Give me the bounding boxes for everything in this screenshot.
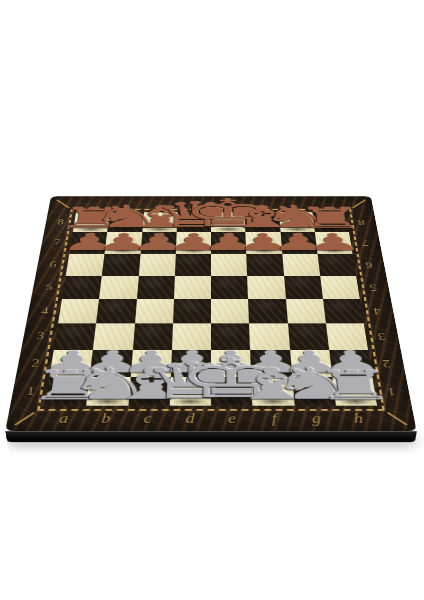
piece-shadow: [256, 398, 290, 405]
piece-cell-b1: ♞: [86, 377, 130, 406]
square-c5[interactable]: [137, 276, 175, 299]
square-e6[interactable]: [211, 253, 247, 275]
square-h5[interactable]: [320, 276, 360, 299]
piece-shadow: [215, 369, 248, 376]
corner-flourish: [14, 412, 34, 425]
photo-canvas: 8765432187654321abcdefgh ♜♞♝♛♚♝♞♜♟♟♟♟♟♟♟…: [0, 0, 424, 600]
piece-shadow: [335, 369, 368, 376]
square-g5[interactable]: [284, 276, 323, 299]
square-h6[interactable]: [317, 253, 356, 275]
square-d6[interactable]: [175, 253, 211, 275]
piece-silver-bishop-c1[interactable]: ♝: [105, 363, 194, 406]
piece-shadow: [295, 369, 328, 376]
piece-copper-pawn-h7[interactable]: ♟: [305, 230, 362, 253]
corner-flourish: [387, 412, 407, 425]
piece-cell-e1: ♚: [211, 377, 253, 406]
piece-shadow: [134, 369, 167, 376]
piece-shadow: [90, 398, 124, 405]
piece-silver-queen-d1[interactable]: ♛: [139, 356, 241, 406]
piece-silver-knight-g1[interactable]: ♞: [267, 362, 360, 406]
board-edge-bevel: [5, 431, 417, 442]
square-g6[interactable]: [282, 253, 320, 275]
piece-shadow: [175, 369, 208, 376]
piece-cell-h1: ♜: [332, 377, 377, 406]
square-f6[interactable]: [246, 253, 283, 275]
piece-shadow: [297, 398, 331, 405]
square-a5[interactable]: [62, 276, 102, 299]
square-d5[interactable]: [174, 276, 211, 299]
piece-cell-g1: ♞: [292, 377, 336, 406]
pieces-layer: ♜♞♝♛♚♝♞♜♟♟♟♟♟♟♟♟♟♟♟♟♟♟♟♟♜♞♝♛♚♝♞♜: [45, 212, 378, 406]
piece-silver-pawn-g2[interactable]: ♟: [279, 347, 343, 377]
board-scene: 8765432187654321abcdefgh ♜♞♝♛♚♝♞♜♟♟♟♟♟♟♟…: [31, 119, 391, 479]
piece-shadow: [255, 369, 288, 376]
piece-shadow: [174, 398, 207, 405]
piece-cell-d1: ♛: [169, 377, 211, 406]
piece-shadow: [49, 398, 83, 405]
square-c6[interactable]: [138, 253, 175, 275]
piece-shadow: [132, 398, 166, 405]
piece-silver-pawn-b2[interactable]: ♟: [79, 347, 143, 377]
piece-shadow: [94, 369, 127, 376]
square-f5[interactable]: [247, 276, 285, 299]
piece-cell-h7: ♟: [315, 232, 353, 253]
piece-shadow: [53, 369, 86, 376]
piece-cell-c1: ♝: [128, 377, 171, 406]
square-e5[interactable]: [211, 276, 248, 299]
piece-silver-bishop-f1[interactable]: ♝: [229, 363, 318, 406]
piece-shadow: [339, 398, 373, 405]
piece-cell-a1: ♜: [45, 377, 90, 406]
square-a6[interactable]: [66, 253, 105, 275]
piece-cell-f1: ♝: [251, 377, 294, 406]
piece-silver-knight-b1[interactable]: ♞: [62, 362, 155, 406]
square-b5[interactable]: [99, 276, 138, 299]
square-b6[interactable]: [102, 253, 140, 275]
chess-board: 8765432187654321abcdefgh ♜♞♝♛♚♝♞♜♟♟♟♟♟♟♟…: [5, 196, 417, 431]
piece-shadow: [215, 398, 248, 405]
